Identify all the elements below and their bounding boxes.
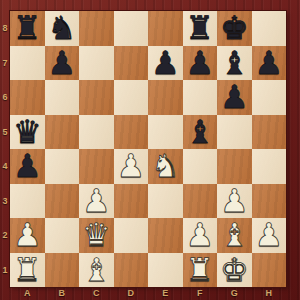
square-c7[interactable] [79,46,114,81]
square-h2[interactable]: ♟ [252,218,287,253]
square-f1[interactable]: ♜ [183,253,218,288]
rank-label-7: 7 [0,46,10,81]
piece-black-pawn: ♟ [45,46,80,81]
square-e1[interactable] [148,253,183,288]
square-h7[interactable]: ♟ [252,46,287,81]
piece-white-pawn: ♟ [217,184,252,219]
square-d3[interactable] [114,184,149,219]
square-g8[interactable]: ♚ [217,11,252,46]
square-c4[interactable] [79,149,114,184]
square-d6[interactable] [114,80,149,115]
piece-white-rook: ♜ [183,253,218,288]
square-g3[interactable]: ♟ [217,184,252,219]
square-b8[interactable]: ♞ [45,11,80,46]
square-g2[interactable]: ♝ [217,218,252,253]
piece-black-king: ♚ [217,11,252,46]
file-label-F: F [183,285,218,300]
file-label-A: A [10,285,45,300]
square-d8[interactable] [114,11,149,46]
square-f3[interactable] [183,184,218,219]
square-g7[interactable]: ♝ [217,46,252,81]
square-d5[interactable] [114,115,149,150]
piece-black-pawn: ♟ [148,46,183,81]
square-d4[interactable]: ♟ [114,149,149,184]
piece-white-pawn: ♟ [10,218,45,253]
square-f2[interactable]: ♟ [183,218,218,253]
square-a3[interactable] [10,184,45,219]
file-label-H: H [252,285,287,300]
square-c2[interactable]: ♛ [79,218,114,253]
square-d2[interactable] [114,218,149,253]
piece-black-bishop: ♝ [183,115,218,150]
square-b6[interactable] [45,80,80,115]
square-c3[interactable]: ♟ [79,184,114,219]
rank-label-8: 8 [0,11,10,46]
chess-board: ♜♞♜♚♟♟♟♝♟♟♛♝♟♟♞♟♟♟♛♟♝♟♜♝♜♚ [10,11,286,287]
square-e3[interactable] [148,184,183,219]
square-d7[interactable] [114,46,149,81]
square-h5[interactable] [252,115,287,150]
square-c5[interactable] [79,115,114,150]
square-e6[interactable] [148,80,183,115]
piece-black-bishop: ♝ [217,46,252,81]
square-a4[interactable]: ♟ [10,149,45,184]
square-g6[interactable]: ♟ [217,80,252,115]
square-e4[interactable]: ♞ [148,149,183,184]
square-g5[interactable] [217,115,252,150]
rank-label-4: 4 [0,149,10,184]
square-d1[interactable] [114,253,149,288]
square-g1[interactable]: ♚ [217,253,252,288]
square-c8[interactable] [79,11,114,46]
square-a1[interactable]: ♜ [10,253,45,288]
square-b3[interactable] [45,184,80,219]
square-a8[interactable]: ♜ [10,11,45,46]
file-label-C: C [79,285,114,300]
square-c1[interactable]: ♝ [79,253,114,288]
piece-white-queen: ♛ [79,218,114,253]
piece-black-queen: ♛ [10,115,45,150]
square-a5[interactable]: ♛ [10,115,45,150]
rank-label-2: 2 [0,218,10,253]
piece-white-rook: ♜ [10,253,45,288]
file-label-B: B [45,285,80,300]
square-f4[interactable] [183,149,218,184]
piece-white-pawn: ♟ [252,218,287,253]
square-b4[interactable] [45,149,80,184]
square-a6[interactable] [10,80,45,115]
square-b7[interactable]: ♟ [45,46,80,81]
square-e8[interactable] [148,11,183,46]
piece-white-knight: ♞ [148,149,183,184]
rank-label-3: 3 [0,184,10,219]
square-a2[interactable]: ♟ [10,218,45,253]
piece-black-knight: ♞ [45,11,80,46]
piece-white-pawn: ♟ [114,149,149,184]
piece-black-pawn: ♟ [183,46,218,81]
square-f5[interactable]: ♝ [183,115,218,150]
square-h6[interactable] [252,80,287,115]
piece-black-pawn: ♟ [10,149,45,184]
rank-label-5: 5 [0,115,10,150]
file-label-G: G [217,285,252,300]
piece-white-bishop: ♝ [217,218,252,253]
piece-black-pawn: ♟ [217,80,252,115]
square-h1[interactable] [252,253,287,288]
square-a7[interactable] [10,46,45,81]
square-h3[interactable] [252,184,287,219]
piece-black-pawn: ♟ [252,46,287,81]
square-h8[interactable] [252,11,287,46]
square-f6[interactable] [183,80,218,115]
square-e5[interactable] [148,115,183,150]
file-label-E: E [148,285,183,300]
piece-white-pawn: ♟ [183,218,218,253]
square-e7[interactable]: ♟ [148,46,183,81]
piece-black-rook: ♜ [10,11,45,46]
file-label-D: D [114,285,149,300]
square-e2[interactable] [148,218,183,253]
board-frame: 87654321 ABCDEFGH ♜♞♜♚♟♟♟♝♟♟♛♝♟♟♞♟♟♟♛♟♝♟… [0,0,300,300]
square-h4[interactable] [252,149,287,184]
piece-white-king: ♚ [217,253,252,288]
piece-black-rook: ♜ [183,11,218,46]
square-b2[interactable] [45,218,80,253]
rank-label-1: 1 [0,253,10,288]
rank-label-6: 6 [0,80,10,115]
square-b5[interactable] [45,115,80,150]
square-f8[interactable]: ♜ [183,11,218,46]
square-b1[interactable] [45,253,80,288]
square-g4[interactable] [217,149,252,184]
square-f7[interactable]: ♟ [183,46,218,81]
piece-white-bishop: ♝ [79,253,114,288]
square-c6[interactable] [79,80,114,115]
piece-white-pawn: ♟ [79,184,114,219]
